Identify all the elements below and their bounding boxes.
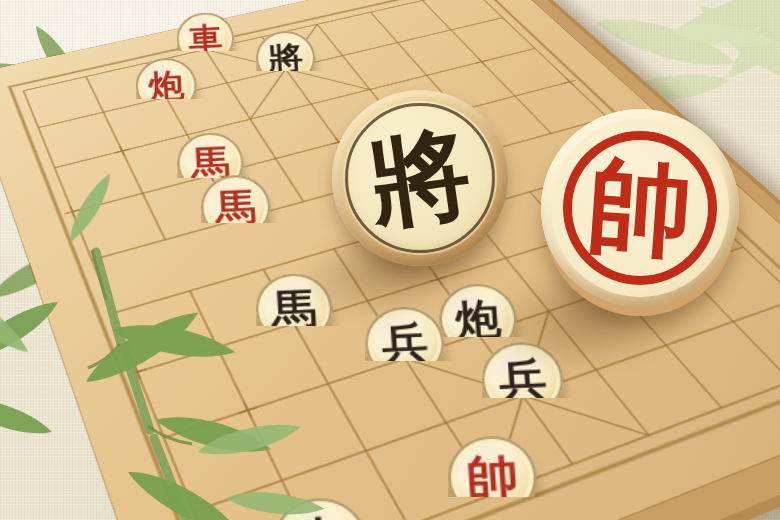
piece-glyph: 將	[267, 41, 303, 74]
board-piece-red-d9[interactable]: 帥	[447, 436, 537, 519]
piece-glyph: 兵	[380, 321, 429, 366]
board-piece-black-e1[interactable]: 將	[256, 31, 315, 85]
board-piece-red-d0[interactable]: 車	[176, 13, 234, 65]
hero-piece-red-general: 帥	[541, 109, 739, 307]
hero-black-ring: 將	[345, 103, 495, 253]
hero-red-glyph: 帥	[584, 152, 695, 263]
board-piece-red-c4[interactable]: 馬	[201, 175, 271, 239]
board-piece-red-c1[interactable]: 炮	[136, 58, 197, 113]
piece-glyph: 炮	[148, 69, 185, 103]
piece-glyph: 車	[188, 23, 223, 55]
piece-glyph: 車	[291, 515, 349, 520]
hero-red-ring: 帥	[563, 131, 717, 285]
board-piece-black-b9[interactable]: 車	[274, 498, 368, 520]
piece-glyph: 馬	[214, 187, 257, 226]
hero-piece-black-general: 將	[332, 90, 508, 266]
xiangqi-promo-scene: 車炮將馬馬馬兵炮兵車帥 將	[0, 0, 780, 520]
piece-glyph: 帥	[465, 452, 520, 503]
hero-black-glyph: 將	[364, 122, 477, 235]
